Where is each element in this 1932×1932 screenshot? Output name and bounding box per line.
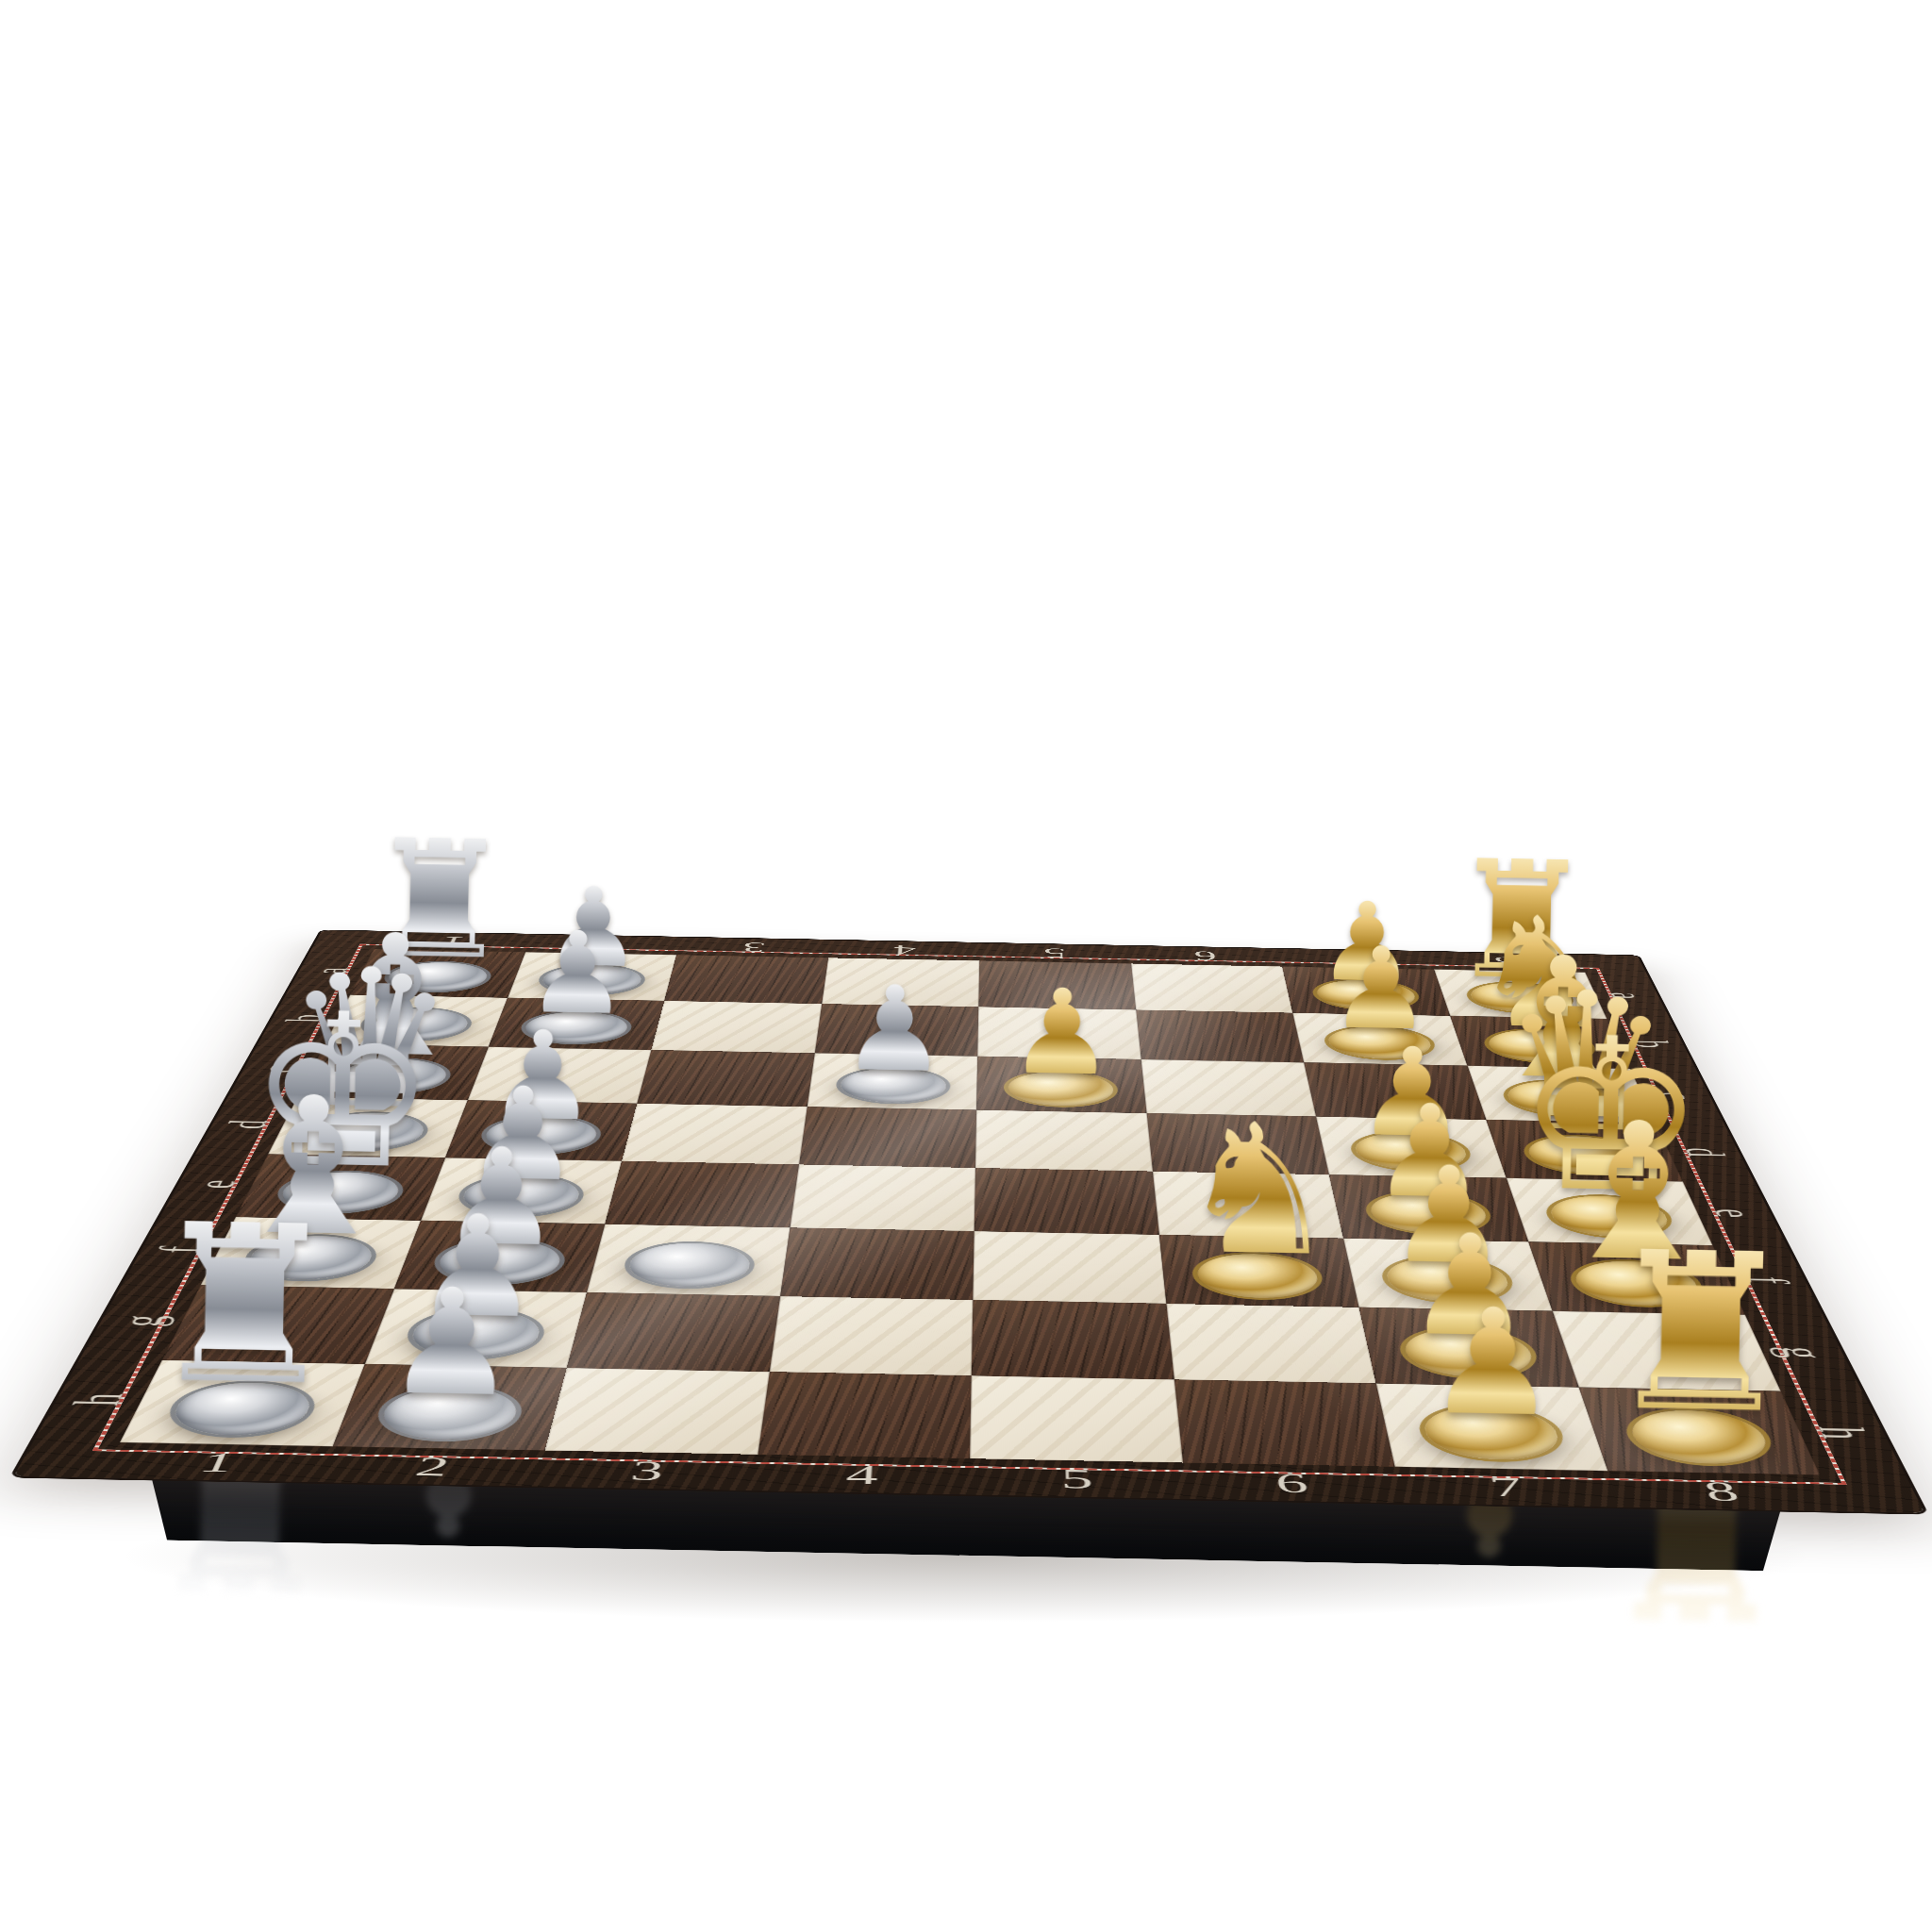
glyph-char: ♟ [1008,962,1115,1101]
piece-reflection: ♜ [1597,1433,1796,1643]
chess-board: ♜♜♟♟♟♟♜♜♞♞♟♟♟♟♞♞♝♝♟♟♟♟♝♝♛♛♟♟♟♟♛♛♚♚♟♟♟♟♚♚… [13,930,1924,1513]
rook-glyph: ♜ [1602,1228,1801,1439]
square-b6 [1136,1009,1304,1062]
glyph-char: ♞ [1176,1084,1341,1296]
knight-glyph: ♞ [1177,1104,1341,1277]
pawn-glyph: ♟ [385,1273,519,1414]
glyph-char: ♟ [841,959,948,1098]
square-f6: ♞♞ [1158,1235,1358,1307]
product-photo-page: { "game": "chess", "scene": "Overhead-an… [0,0,1932,1932]
knight-glyph: ♞ [608,1092,773,1266]
square-h3 [545,1368,770,1455]
square-h1: ♜♜ [120,1360,364,1447]
square-g3 [567,1292,780,1372]
square-h5 [970,1375,1182,1462]
glyph-char: ♜ [1601,1205,1801,1461]
square-f4 [780,1227,974,1300]
piece-figure: ♟♟ [841,973,948,1086]
rank-label-near-6: 6 [1183,1464,1403,1502]
square-f3: ♞♞ [587,1224,790,1296]
rank-label-far-5: 5 [979,943,1130,962]
square-h8: ♜♜ [1578,1387,1820,1474]
pawn-glyph: ♟ [841,973,948,1086]
square-g5 [972,1300,1174,1379]
square-c5: ♟♟ [976,1057,1146,1113]
piece-figure: ♟♟ [1425,1292,1559,1434]
piece-figure: ♞♞ [1177,1104,1341,1277]
rank-label-near-8: 8 [1608,1473,1837,1510]
square-e5 [974,1168,1159,1235]
pawn-glyph: ♟ [1425,1292,1559,1434]
square-b3 [651,1001,821,1054]
glyph-char: ♜ [144,1177,344,1434]
square-d5 [975,1109,1152,1171]
square-h2: ♟♟ [332,1364,567,1451]
piece-figure: ♞♞ [608,1092,773,1266]
rank-label-near-7: 7 [1395,1469,1620,1507]
glyph-char: ♞ [608,1092,773,1266]
rank-label-far-6: 6 [1129,946,1282,965]
piece-figure: ♜♜ [1602,1228,1801,1439]
rank-label-near-5: 5 [969,1460,1186,1498]
square-d4 [799,1107,977,1168]
square-e4 [790,1164,975,1231]
square-g6 [1166,1304,1376,1383]
floor-shadow [113,1491,1819,1623]
rook-glyph: ♜ [144,1200,343,1410]
piece-figure: ♟♟ [1008,975,1115,1089]
rank-label-far-4: 4 [828,941,980,959]
square-h4 [758,1372,972,1458]
piece-figure: ♜♜ [144,1200,343,1410]
rank-label-near-4: 4 [753,1457,971,1494]
rank-label-near-2: 2 [319,1448,544,1485]
square-h7: ♟♟ [1376,1383,1607,1471]
rank-label-near-1: 1 [102,1444,332,1481]
glyph-char: ♟ [384,1256,519,1429]
rank-label-far-3: 3 [676,938,830,957]
square-a6 [1131,963,1293,1012]
pawn-glyph: ♟ [1008,975,1115,1089]
square-g4 [769,1296,973,1375]
piece-figure: ♟♟ [385,1273,519,1414]
square-h6 [1174,1379,1394,1467]
square-a3 [664,955,827,1004]
piece-reflection: ♜ [141,1405,340,1615]
square-f5 [973,1231,1166,1304]
glyph-char: ♟ [1424,1275,1559,1449]
playing-field: ♜♜♟♟♟♟♜♜♞♞♟♟♟♟♞♞♝♝♟♟♟♟♝♝♛♛♟♟♟♟♛♛♚♚♟♟♟♟♚♚… [120,949,1820,1474]
rank-label-near-3: 3 [536,1452,758,1490]
square-c4: ♟♟ [807,1053,977,1109]
